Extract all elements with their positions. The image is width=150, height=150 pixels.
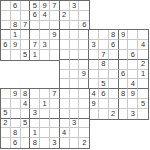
empty-cell-r7c13[interactable] [128,70,138,80]
given-cell-r9c10: 6 [99,89,109,99]
empty-cell-r5c6[interactable] [60,50,70,60]
empty-cell-r6c6[interactable] [60,60,70,70]
empty-cell-r6c7[interactable] [70,60,80,70]
empty-cell-r10c3[interactable] [30,99,40,109]
given-cell-r13c1: 8 [11,128,21,138]
empty-cell-r3c9[interactable] [89,30,99,40]
empty-cell-r10c7[interactable] [70,99,80,109]
empty-cell-r6c9[interactable] [89,60,99,70]
empty-cell-r12c8[interactable] [79,119,89,129]
given-cell-r0c5: 7 [50,1,60,11]
empty-cell-r0c6[interactable] [60,1,70,11]
empty-cell-r9c11[interactable] [109,89,119,99]
given-cell-r14c8: 2 [79,138,89,148]
given-cell-r7c14: 1 [138,70,148,80]
empty-cell-r5c1[interactable] [11,50,21,60]
empty-cell-r11c1[interactable] [11,109,21,119]
empty-cell-r4c2[interactable] [21,40,31,50]
given-cell-r14c1: 6 [11,138,21,148]
given-cell-r0c7: 3 [70,1,80,11]
given-cell-r9c9: 4 [89,89,99,99]
empty-cell-r10c5[interactable] [50,99,60,109]
given-cell-r4c9: 3 [89,40,99,50]
empty-cell-r10c10[interactable] [99,99,109,109]
empty-cell-r13c8[interactable] [79,128,89,138]
given-cell-r6c10: 8 [99,60,109,70]
given-cell-r5c10: 7 [99,50,109,60]
empty-cell-r3c13[interactable] [128,30,138,40]
given-cell-r1c4: 4 [40,11,50,21]
empty-cell-r14c6[interactable] [60,138,70,148]
empty-cell-r11c9[interactable] [89,109,99,119]
empty-cell-r3c14[interactable] [138,30,148,40]
empty-cell-r3c2[interactable] [21,30,31,40]
empty-cell-r2c0[interactable] [1,21,11,31]
empty-cell-r0c8[interactable] [79,1,89,11]
given-cell-r9c5: 7 [50,89,60,99]
given-cell-r6c14: 2 [138,60,148,70]
empty-cell-r11c2[interactable] [21,109,31,119]
given-cell-r5c13: 6 [128,50,138,60]
empty-cell-r4c12[interactable] [119,40,129,50]
given-cell-r11c0: 5 [1,109,11,119]
given-cell-r10c9: 9 [89,99,99,109]
empty-cell-r4c13[interactable] [128,40,138,50]
empty-cell-r14c7[interactable] [70,138,80,148]
given-cell-r9c2: 8 [21,89,31,99]
empty-cell-r0c2[interactable] [21,1,31,11]
empty-cell-r12c4[interactable] [40,119,50,129]
empty-cell-r6c13[interactable] [128,60,138,70]
empty-cell-r1c1[interactable] [11,11,21,21]
empty-cell-r7c6[interactable] [60,70,70,80]
given-cell-r0c1: 6 [11,1,21,11]
empty-cell-r11c4[interactable] [40,109,50,119]
empty-cell-r8c14[interactable] [138,79,148,89]
empty-cell-r14c4[interactable] [40,138,50,148]
given-cell-r0c4: 9 [40,1,50,11]
empty-cell-r13c2[interactable] [21,128,31,138]
given-cell-r10c4: 1 [40,99,50,109]
empty-cell-r11c5[interactable] [50,109,60,119]
given-cell-r2c2: 7 [21,21,31,31]
empty-cell-r4c8[interactable] [79,40,89,50]
given-cell-r14c3: 8 [30,138,40,148]
empty-cell-r12c5[interactable] [50,119,60,129]
empty-cell-r7c11[interactable] [109,70,119,80]
empty-cell-r9c0[interactable] [1,89,11,99]
empty-cell-r3c8[interactable] [79,30,89,40]
empty-cell-r11c10[interactable] [99,109,109,119]
empty-cell-r10c0[interactable] [1,99,11,109]
empty-cell-r1c5[interactable] [50,11,60,21]
empty-cell-r4c7[interactable] [70,40,80,50]
empty-cell-r12c6[interactable] [60,119,70,129]
given-cell-r12c7: 3 [70,119,80,129]
given-cell-r3c1: 1 [11,30,21,40]
empty-cell-r2c4[interactable] [40,21,50,31]
empty-cell-r10c12[interactable] [119,99,129,109]
empty-cell-r1c2[interactable] [21,11,31,21]
grid-bottom-left: 98741532538146832 [0,88,90,149]
empty-cell-r6c8[interactable] [79,60,89,70]
given-cell-r1c6: 2 [60,11,70,21]
empty-cell-r4c6[interactable] [60,40,70,50]
given-cell-r4c0: 6 [1,40,11,50]
given-cell-r14c5: 3 [50,138,60,148]
empty-cell-r11c14[interactable] [138,109,148,119]
empty-cell-r10c11[interactable] [109,99,119,109]
empty-cell-r5c7[interactable] [70,50,80,60]
empty-cell-r9c8[interactable] [79,89,89,99]
empty-cell-r7c9[interactable] [89,70,99,80]
given-cell-r4c1: 9 [11,40,21,50]
empty-cell-r5c8[interactable] [79,50,89,60]
empty-cell-r3c0[interactable] [1,30,11,40]
empty-cell-r1c8[interactable] [79,11,89,21]
given-cell-r12c2: 5 [21,119,31,129]
given-cell-r11c3: 3 [30,109,40,119]
empty-cell-r1c0[interactable] [1,11,11,21]
empty-cell-r9c3[interactable] [30,89,40,99]
given-cell-r3c12: 9 [119,30,129,40]
empty-cell-r3c4[interactable] [40,30,50,40]
given-cell-r2c1: 8 [11,21,21,31]
empty-cell-r5c9[interactable] [89,50,99,60]
empty-cell-r14c0[interactable] [1,138,11,148]
given-cell-r11c13: 3 [128,109,138,119]
empty-cell-r11c6[interactable] [60,109,70,119]
given-cell-r7c8: 9 [79,70,89,80]
given-cell-r13c6: 4 [60,128,70,138]
given-cell-r9c1: 9 [11,89,21,99]
empty-cell-r10c6[interactable] [60,99,70,109]
empty-cell-r3c6[interactable] [60,30,70,40]
empty-cell-r5c4[interactable] [40,50,50,60]
given-cell-r7c12: 6 [119,70,129,80]
given-cell-r13c3: 1 [30,128,40,138]
empty-cell-r5c0[interactable] [1,50,11,60]
given-cell-r4c11: 6 [109,40,119,50]
empty-cell-r9c7[interactable] [70,89,80,99]
empty-cell-r8c11[interactable] [109,79,119,89]
empty-cell-r6c12[interactable] [119,60,129,70]
empty-cell-r13c7[interactable] [70,128,80,138]
given-cell-r4c4: 3 [40,40,50,50]
sudoku-puzzle-canvas: 6597364287619697351 89364768296154468995… [0,0,150,150]
empty-cell-r10c8[interactable] [79,99,89,109]
empty-cell-r10c1[interactable] [11,99,21,109]
empty-cell-r13c5[interactable] [50,128,60,138]
empty-cell-r10c13[interactable] [128,99,138,109]
empty-cell-r3c10[interactable] [99,30,109,40]
empty-cell-r12c3[interactable] [30,119,40,129]
empty-cell-r12c1[interactable] [11,119,21,129]
given-cell-r3c11: 8 [109,30,119,40]
empty-cell-r11c8[interactable] [79,109,89,119]
empty-cell-r2c3[interactable] [30,21,40,31]
given-cell-r0c3: 5 [30,1,40,11]
given-cell-r5c3: 1 [30,50,40,60]
empty-cell-r13c4[interactable] [40,128,50,138]
given-cell-r9c13: 9 [128,89,138,99]
empty-cell-r6c11[interactable] [109,60,119,70]
empty-cell-r1c7[interactable] [70,11,80,21]
empty-cell-r9c6[interactable] [60,89,70,99]
empty-cell-r8c12[interactable] [119,79,129,89]
empty-cell-r5c14[interactable] [138,50,148,60]
empty-cell-r8c9[interactable] [89,79,99,89]
given-cell-r10c2: 4 [21,99,31,109]
given-cell-r4c3: 7 [30,40,40,50]
empty-cell-r3c3[interactable] [30,30,40,40]
empty-cell-r4c10[interactable] [99,40,109,50]
given-cell-r4c14: 4 [138,40,148,50]
empty-cell-r9c14[interactable] [138,89,148,99]
given-cell-r5c2: 5 [21,50,31,60]
empty-cell-r7c7[interactable] [70,70,80,80]
given-cell-r12c0: 2 [1,119,11,129]
given-cell-r10c14: 5 [138,99,148,109]
given-cell-r9c12: 8 [119,89,129,99]
given-cell-r8c10: 5 [99,79,109,89]
given-cell-r11c11: 2 [109,109,119,119]
empty-cell-r3c7[interactable] [70,30,80,40]
empty-cell-r11c12[interactable] [119,109,129,119]
empty-cell-r5c12[interactable] [119,50,129,60]
empty-cell-r9c4[interactable] [40,89,50,99]
empty-cell-r5c11[interactable] [109,50,119,60]
empty-cell-r0c0[interactable] [1,1,11,11]
empty-cell-r11c7[interactable] [70,109,80,119]
empty-cell-r14c2[interactable] [21,138,31,148]
given-cell-r1c3: 6 [30,11,40,21]
empty-cell-r7c10[interactable] [99,70,109,80]
given-cell-r8c13: 4 [128,79,138,89]
empty-cell-r13c0[interactable] [1,128,11,138]
